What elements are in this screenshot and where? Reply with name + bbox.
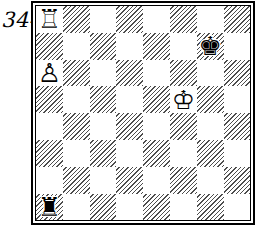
square-f4: [170, 113, 197, 140]
square-g3: [197, 140, 224, 167]
square-h6: [224, 60, 251, 87]
square-c3: [90, 140, 117, 167]
square-g8: [197, 6, 224, 33]
square-a5: [36, 86, 63, 113]
chess-board: ♖♚♙♔♜: [35, 5, 251, 221]
square-a7: [36, 33, 63, 60]
square-c7: [90, 33, 117, 60]
square-g1: [197, 194, 224, 221]
piece-white-pawn: ♙: [38, 60, 61, 86]
square-g4: [197, 113, 224, 140]
chess-board-frame: ♖♚♙♔♜: [31, 1, 255, 225]
square-b8: [63, 6, 90, 33]
square-c8: [90, 6, 117, 33]
square-d2: [116, 167, 143, 194]
square-f8: [170, 6, 197, 33]
square-b5: [63, 86, 90, 113]
square-d3: [116, 140, 143, 167]
square-b3: [63, 140, 90, 167]
piece-white-rook: ♖: [38, 6, 61, 32]
square-d6: [116, 60, 143, 87]
square-g2: [197, 167, 224, 194]
square-b7: [63, 33, 90, 60]
square-d7: [116, 33, 143, 60]
square-c4: [90, 113, 117, 140]
square-e4: [143, 113, 170, 140]
square-h5: [224, 86, 251, 113]
square-e5: [143, 86, 170, 113]
square-a2: [36, 167, 63, 194]
square-h4: [224, 113, 251, 140]
square-f6: [170, 60, 197, 87]
square-b4: [63, 113, 90, 140]
square-h7: [224, 33, 251, 60]
square-d5: [116, 86, 143, 113]
diagram-page: 344 ♖♚♙♔♜: [0, 0, 262, 226]
square-a4: [36, 113, 63, 140]
square-g5: [197, 86, 224, 113]
square-e1: [143, 194, 170, 221]
square-e7: [143, 33, 170, 60]
square-c5: [90, 86, 117, 113]
square-b1: [63, 194, 90, 221]
square-a3: [36, 140, 63, 167]
square-a1: ♜: [36, 194, 63, 221]
square-g6: [197, 60, 224, 87]
square-g7: ♚: [197, 33, 224, 60]
square-f3: [170, 140, 197, 167]
square-d4: [116, 113, 143, 140]
square-a6: ♙: [36, 60, 63, 87]
square-e3: [143, 140, 170, 167]
square-a8: ♖: [36, 6, 63, 33]
piece-white-king: ♔: [172, 87, 195, 113]
square-f1: [170, 194, 197, 221]
square-f5: ♔: [170, 86, 197, 113]
square-f2: [170, 167, 197, 194]
square-e2: [143, 167, 170, 194]
square-h8: [224, 6, 251, 33]
square-d8: [116, 6, 143, 33]
square-b2: [63, 167, 90, 194]
square-c1: [90, 194, 117, 221]
piece-black-rook: ♜: [38, 194, 61, 220]
square-d1: [116, 194, 143, 221]
square-b6: [63, 60, 90, 87]
square-f7: [170, 33, 197, 60]
square-e8: [143, 6, 170, 33]
square-c2: [90, 167, 117, 194]
square-e6: [143, 60, 170, 87]
square-c6: [90, 60, 117, 87]
square-h2: [224, 167, 251, 194]
piece-black-king: ♚: [199, 33, 222, 59]
square-h1: [224, 194, 251, 221]
square-h3: [224, 140, 251, 167]
